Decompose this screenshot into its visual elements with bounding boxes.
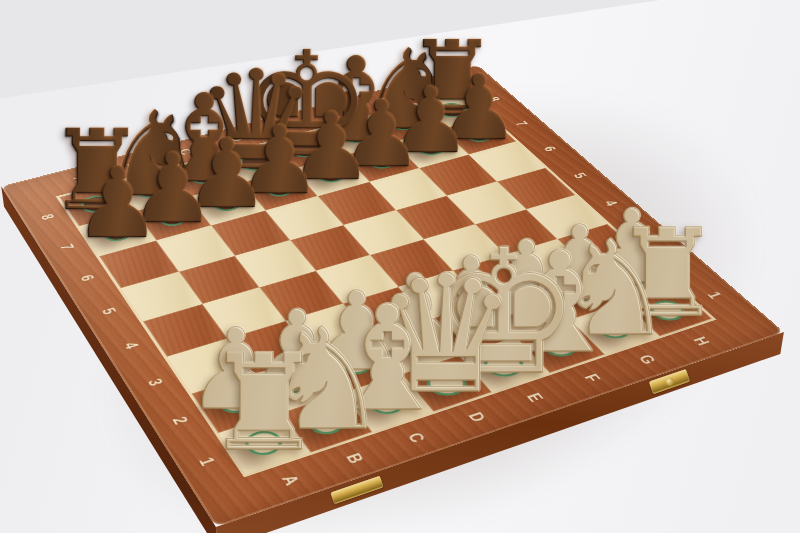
file-label-f-far: F (325, 110, 343, 118)
file-label-c-far: C (175, 147, 194, 156)
file-label-b-far: B (123, 161, 143, 170)
file-label-g-near: G (635, 353, 659, 366)
file-label-h-far: H (420, 85, 439, 93)
rank-label-8-right: 8 (485, 96, 503, 103)
chess-board: AABBCCDDEEFFGGHH8877665544332211 (1, 65, 784, 527)
file-label-d-near: D (464, 411, 488, 425)
rank-label-4-left: 4 (120, 341, 142, 352)
file-label-h-near: H (689, 335, 712, 347)
file-label-e-far: E (276, 122, 295, 130)
rank-label-7-right: 7 (512, 120, 530, 127)
rank-label-1-left: 1 (194, 455, 217, 468)
rank-label-5-right: 5 (570, 172, 589, 180)
rank-label-1-right: 1 (703, 290, 724, 300)
rank-label-2-left: 2 (168, 415, 191, 427)
file-label-f-near: F (580, 372, 603, 384)
rank-label-3-right: 3 (633, 228, 653, 237)
rank-label-8-left: 8 (37, 213, 57, 222)
rank-label-7-left: 7 (56, 242, 76, 251)
file-label-g-far: G (373, 97, 392, 106)
file-label-d-far: D (226, 134, 245, 143)
rank-label-3-left: 3 (143, 377, 165, 388)
photo-stage: AABBCCDDEEFFGGHH8877665544332211 ♜♞♝♛♚♝♞… (0, 0, 800, 533)
coordinate-labels: AABBCCDDEEFFGGHH8877665544332211 (1, 65, 784, 527)
rank-label-6-right: 6 (540, 145, 558, 153)
file-label-c-near: C (403, 431, 427, 445)
rank-label-2-right: 2 (668, 258, 688, 267)
perspective-scene: AABBCCDDEEFFGGHH8877665544332211 (0, 0, 800, 533)
rank-label-6-left: 6 (76, 274, 96, 284)
rank-label-4-right: 4 (601, 199, 620, 207)
file-label-a-far: A (69, 174, 89, 183)
file-label-e-near: E (523, 391, 546, 404)
rank-label-5-left: 5 (98, 306, 119, 316)
file-label-a-near: A (277, 473, 302, 488)
file-label-b-near: B (341, 452, 366, 466)
